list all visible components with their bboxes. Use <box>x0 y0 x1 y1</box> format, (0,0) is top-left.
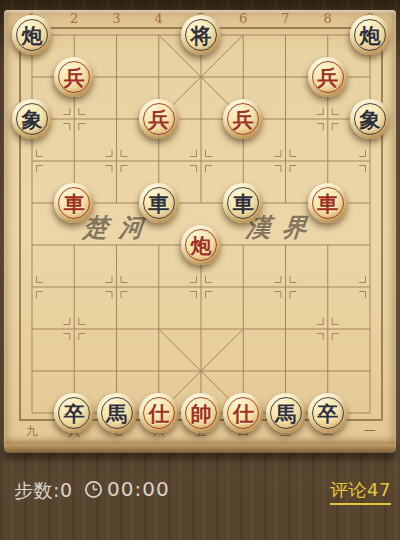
piece-character: 卒 <box>308 393 348 433</box>
piece-red-soldier-d2[interactable]: 兵 <box>139 99 179 139</box>
piece-character: 炮 <box>181 225 221 265</box>
piece-red-chariot-b4[interactable]: 車 <box>54 183 94 223</box>
piece-character: 帥 <box>181 393 221 433</box>
file-label-top: 8 <box>324 11 332 26</box>
piece-character: 仕 <box>223 393 263 433</box>
moves-label: 步数: <box>14 479 60 501</box>
file-label-top: 3 <box>112 11 120 26</box>
piece-character: 兵 <box>54 57 94 97</box>
piece-character: 将 <box>181 15 221 55</box>
file-label-top: 6 <box>239 11 247 26</box>
piece-black-elephant-i2[interactable]: 象 <box>350 99 390 139</box>
piece-character: 兵 <box>139 99 179 139</box>
piece-red-soldier-f2[interactable]: 兵 <box>223 99 263 139</box>
piece-red-general-e9[interactable]: 帥 <box>181 393 221 433</box>
piece-character: 馬 <box>97 393 137 433</box>
piece-character: 炮 <box>350 15 390 55</box>
file-label-bottom: 九 <box>26 423 38 440</box>
piece-character: 象 <box>12 99 52 139</box>
clock-icon <box>84 480 103 499</box>
status-bar: 步数:0 00:00 评论47 <box>0 470 400 520</box>
piece-black-chariot-d4[interactable]: 車 <box>139 183 179 223</box>
moves-value: 0 <box>60 479 73 501</box>
xiangqi-board[interactable]: 楚河 漢界 123456789 九八七六五四三二一 炮将炮兵兵象兵兵象車車車車炮… <box>4 10 396 444</box>
piece-black-soldier-b9[interactable]: 卒 <box>54 393 94 433</box>
piece-black-cannon-a0[interactable]: 炮 <box>12 15 52 55</box>
piece-character: 象 <box>350 99 390 139</box>
piece-black-cannon-i0[interactable]: 炮 <box>350 15 390 55</box>
piece-red-chariot-h4[interactable]: 車 <box>308 183 348 223</box>
piece-red-soldier-h1[interactable]: 兵 <box>308 57 348 97</box>
piece-black-horse-g9[interactable]: 馬 <box>266 393 306 433</box>
piece-red-soldier-b1[interactable]: 兵 <box>54 57 94 97</box>
piece-character: 馬 <box>266 393 306 433</box>
piece-black-elephant-a2[interactable]: 象 <box>12 99 52 139</box>
board-edge <box>4 444 396 453</box>
piece-character: 兵 <box>223 99 263 139</box>
file-label-top: 4 <box>155 11 163 26</box>
file-label-bottom: 一 <box>364 423 376 440</box>
piece-character: 車 <box>223 183 263 223</box>
file-label-top: 7 <box>281 11 289 26</box>
xiangqi-app: 楚河 漢界 123456789 九八七六五四三二一 炮将炮兵兵象兵兵象車車車車炮… <box>0 0 400 540</box>
piece-character: 車 <box>139 183 179 223</box>
piece-red-advisor-f9[interactable]: 仕 <box>223 393 263 433</box>
piece-black-general-e0[interactable]: 将 <box>181 15 221 55</box>
piece-character: 炮 <box>12 15 52 55</box>
move-counter: 步数:0 <box>14 478 73 504</box>
piece-character: 車 <box>54 183 94 223</box>
piece-red-cannon-e5[interactable]: 炮 <box>181 225 221 265</box>
comments-link[interactable]: 评论47 <box>330 478 391 505</box>
piece-character: 仕 <box>139 393 179 433</box>
piece-character: 卒 <box>54 393 94 433</box>
piece-red-advisor-d9[interactable]: 仕 <box>139 393 179 433</box>
timer-value: 00:00 <box>107 477 170 501</box>
piece-black-soldier-h9[interactable]: 卒 <box>308 393 348 433</box>
piece-black-horse-c9[interactable]: 馬 <box>97 393 137 433</box>
file-label-top: 2 <box>70 11 78 26</box>
piece-character: 兵 <box>308 57 348 97</box>
piece-black-chariot-f4[interactable]: 車 <box>223 183 263 223</box>
piece-character: 車 <box>308 183 348 223</box>
